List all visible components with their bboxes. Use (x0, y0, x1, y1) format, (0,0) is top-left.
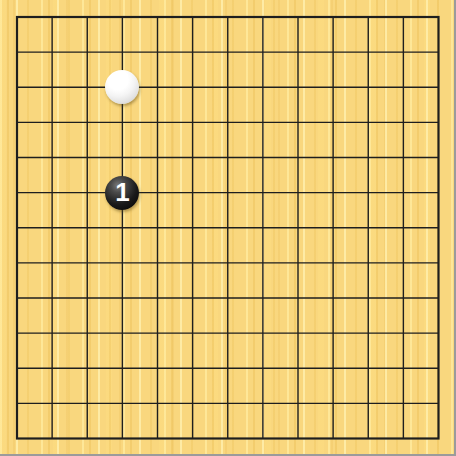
move-number: 1 (115, 179, 129, 205)
go-board[interactable]: 1 (0, 0, 456, 456)
stone-black-D8[interactable]: 1 (105, 176, 139, 210)
board-grid-lines (0, 0, 454, 454)
page: 1 (0, 0, 456, 456)
